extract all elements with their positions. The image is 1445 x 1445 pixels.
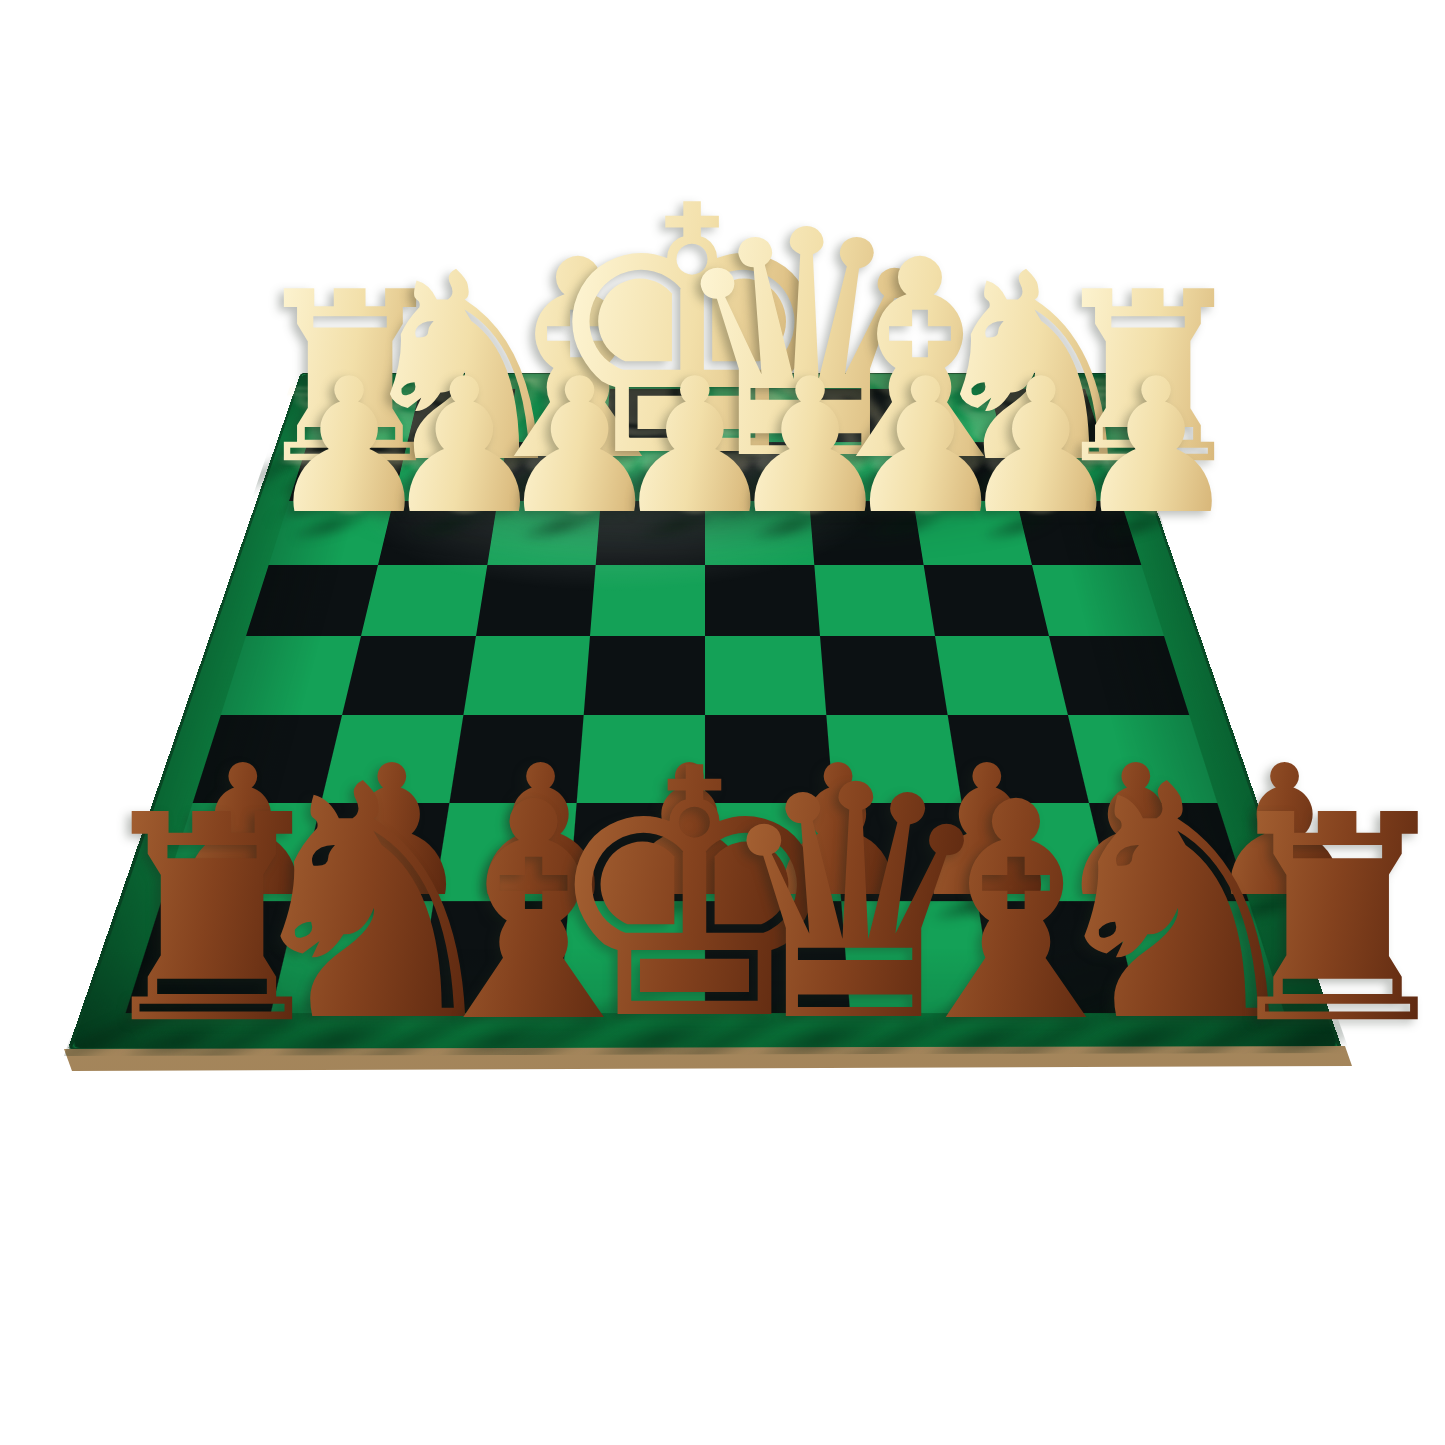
chess-product-photo: ♜♞♝♚♛♝♞♜♟♟♟♟♟♟♟♟ ♜♞♝♚♛♝♞♜♟♟♟♟♟♟♟♟♟♟♟♟♟♟♟…: [0, 0, 1445, 1445]
page: { "game": "chess", "scene": { "backgroun…: [0, 0, 1445, 1445]
pieces-layer: ♜♞♝♚♛♝♞♜♟♟♟♟♟♟♟♟♟♟♟♟♟♟♟♟♜♞♝♚♛♝♞♜: [0, 0, 1445, 1445]
rook-glyph: ♜: [1210, 778, 1445, 1063]
pawn-glyph: ♟: [1073, 354, 1240, 540]
